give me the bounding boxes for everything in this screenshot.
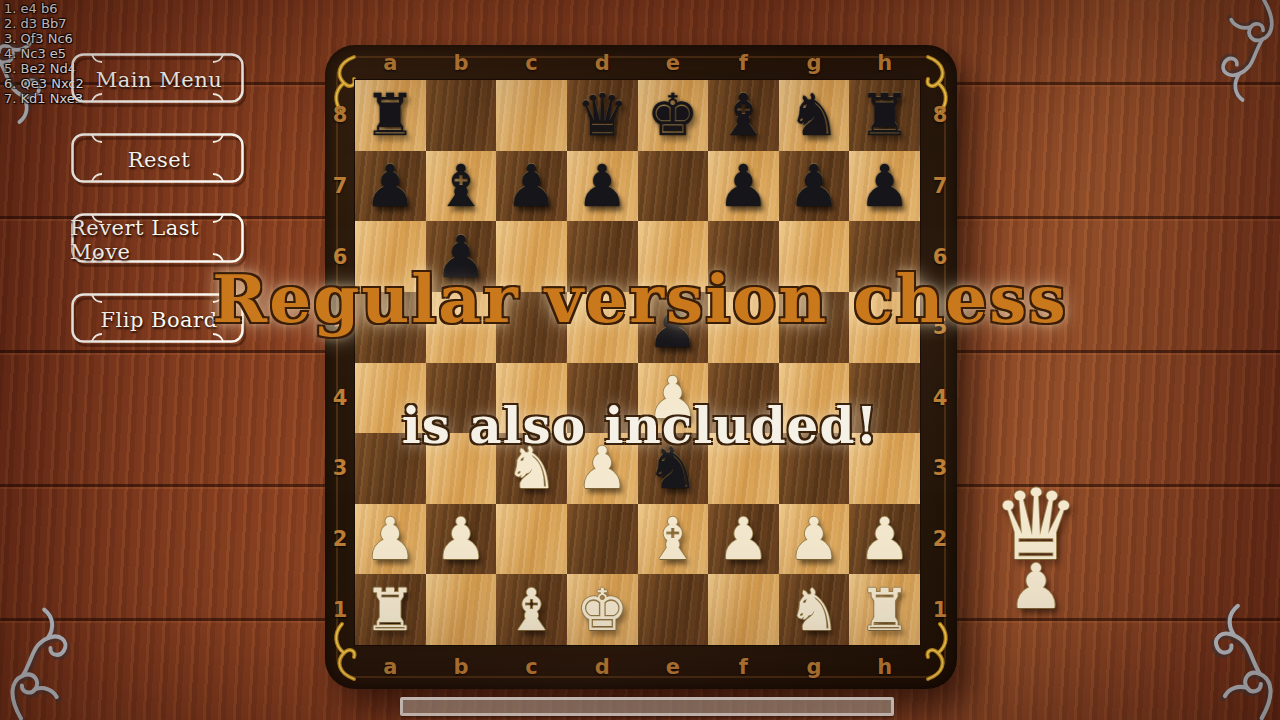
black-knight-e3[interactable]: ♞ — [647, 439, 699, 497]
square-d5[interactable] — [567, 292, 638, 363]
main-menu-label: Main Menu — [96, 68, 222, 92]
square-c5[interactable] — [496, 292, 567, 363]
square-d4[interactable] — [567, 363, 638, 434]
revert-last-move-button[interactable]: Revert Last Move — [70, 212, 248, 268]
white-knight-g1[interactable]: ♞ — [788, 581, 840, 639]
chess-board: ♜♛♚♝♞♜♟♝♟♟♟♟♟♟♟♟♞♟♞♟♟♝♟♟♟♜♝♚♞♜ — [355, 80, 920, 645]
square-c6[interactable] — [496, 221, 567, 292]
file-label-h: h — [849, 652, 920, 682]
file-label-e: e — [638, 652, 709, 682]
rank-label-8: 8 — [326, 80, 354, 151]
square-b1[interactable] — [426, 574, 497, 645]
rank-label-3: 3 — [326, 433, 354, 504]
flip-board-button[interactable]: Flip Board — [70, 292, 248, 348]
white-bishop-e2[interactable]: ♝ — [647, 510, 699, 568]
file-label-d: d — [567, 652, 638, 682]
black-pawn-f7[interactable]: ♟ — [717, 157, 769, 215]
square-d7[interactable]: ♟ — [567, 151, 638, 222]
white-pawn-a2[interactable]: ♟ — [364, 510, 416, 568]
square-b8[interactable] — [426, 80, 497, 151]
white-rook-h1[interactable]: ♜ — [859, 581, 911, 639]
rank-label-5: 5 — [926, 292, 954, 363]
square-g1[interactable]: ♞ — [779, 574, 850, 645]
square-a3[interactable] — [355, 433, 426, 504]
file-label-b: b — [426, 48, 497, 78]
square-h4[interactable] — [849, 363, 920, 434]
black-pawn-a7[interactable]: ♟ — [364, 157, 416, 215]
revert-last-move-label: Revert Last Move — [70, 216, 248, 264]
square-g2[interactable]: ♟ — [779, 504, 850, 575]
square-h6[interactable] — [849, 221, 920, 292]
square-b4[interactable] — [426, 363, 497, 434]
rank-label-5: 5 — [326, 292, 354, 363]
black-knight-g8[interactable]: ♞ — [788, 86, 840, 144]
square-d6[interactable] — [567, 221, 638, 292]
square-e5[interactable]: ♟ — [638, 292, 709, 363]
black-pawn-b6[interactable]: ♟ — [435, 228, 487, 286]
square-h3[interactable] — [849, 433, 920, 504]
black-queen-d8[interactable]: ♛ — [576, 86, 628, 144]
square-a5[interactable] — [355, 292, 426, 363]
square-c7[interactable]: ♟ — [496, 151, 567, 222]
game-screen: 1. e4 b62. d3 Bb73. Qf3 Nc64. Nc3 e55. B… — [0, 0, 1280, 720]
flip-board-label: Flip Board — [100, 308, 217, 332]
square-g5[interactable] — [779, 292, 850, 363]
square-d8[interactable]: ♛ — [567, 80, 638, 151]
black-rook-h8[interactable]: ♜ — [859, 86, 911, 144]
square-h8[interactable]: ♜ — [849, 80, 920, 151]
rank-label-1: 1 — [926, 574, 954, 645]
square-g8[interactable]: ♞ — [779, 80, 850, 151]
white-pawn-f2[interactable]: ♟ — [717, 510, 769, 568]
rank-label-4: 4 — [926, 363, 954, 434]
square-f2[interactable]: ♟ — [708, 504, 779, 575]
square-e4[interactable]: ♟ — [638, 363, 709, 434]
white-pawn-g2[interactable]: ♟ — [788, 510, 840, 568]
square-h5[interactable] — [849, 292, 920, 363]
white-pawn-h2[interactable]: ♟ — [859, 510, 911, 568]
white-pawn-d3[interactable]: ♟ — [576, 439, 628, 497]
rank-label-2: 2 — [326, 504, 354, 575]
square-b5[interactable] — [426, 292, 497, 363]
white-knight-c3[interactable]: ♞ — [506, 439, 558, 497]
square-f6[interactable] — [708, 221, 779, 292]
silver-filigree-icon — [1200, 0, 1280, 108]
square-c1[interactable]: ♝ — [496, 574, 567, 645]
file-label-b: b — [426, 652, 497, 682]
square-b3[interactable] — [426, 433, 497, 504]
move-row: 2. d3 Bb7 — [4, 16, 84, 31]
captured-white-pawn: ♟ — [1008, 556, 1064, 618]
black-pawn-h7[interactable]: ♟ — [859, 157, 911, 215]
file-label-c: c — [496, 48, 567, 78]
square-c2[interactable] — [496, 504, 567, 575]
reset-label: Reset — [128, 148, 190, 172]
silver-filigree-icon — [0, 606, 92, 720]
file-label-f: f — [708, 48, 779, 78]
move-row: 3. Qf3 Nc6 — [4, 31, 84, 46]
file-labels-top: abcdefgh — [355, 48, 920, 78]
square-g3[interactable] — [779, 433, 850, 504]
square-h7[interactable]: ♟ — [849, 151, 920, 222]
square-a4[interactable] — [355, 363, 426, 434]
square-d3[interactable]: ♟ — [567, 433, 638, 504]
square-f4[interactable] — [708, 363, 779, 434]
square-f7[interactable]: ♟ — [708, 151, 779, 222]
square-e7[interactable] — [638, 151, 709, 222]
square-e8[interactable]: ♚ — [638, 80, 709, 151]
main-menu-button[interactable]: Main Menu — [70, 52, 248, 108]
square-h1[interactable]: ♜ — [849, 574, 920, 645]
square-a2[interactable]: ♟ — [355, 504, 426, 575]
square-a7[interactable]: ♟ — [355, 151, 426, 222]
black-pawn-d7[interactable]: ♟ — [576, 157, 628, 215]
black-pawn-g7[interactable]: ♟ — [788, 157, 840, 215]
black-rook-a8[interactable]: ♜ — [364, 86, 416, 144]
square-g6[interactable] — [779, 221, 850, 292]
move-row: 1. e4 b6 — [4, 1, 84, 16]
file-label-h: h — [849, 48, 920, 78]
square-e1[interactable] — [638, 574, 709, 645]
file-label-a: a — [355, 48, 426, 78]
black-pawn-e5[interactable]: ♟ — [647, 298, 699, 356]
file-label-a: a — [355, 652, 426, 682]
rank-label-7: 7 — [326, 151, 354, 222]
rank-label-6: 6 — [926, 221, 954, 292]
black-bishop-b7[interactable]: ♝ — [435, 157, 487, 215]
square-a6[interactable] — [355, 221, 426, 292]
rank-label-7: 7 — [926, 151, 954, 222]
square-e2[interactable]: ♝ — [638, 504, 709, 575]
square-a1[interactable]: ♜ — [355, 574, 426, 645]
rank-labels-left: 87654321 — [326, 80, 354, 645]
file-label-f: f — [708, 652, 779, 682]
file-label-d: d — [567, 48, 638, 78]
square-c8[interactable] — [496, 80, 567, 151]
black-pawn-c7[interactable]: ♟ — [506, 157, 558, 215]
white-pawn-e4[interactable]: ♟ — [647, 369, 699, 427]
white-pawn-b2[interactable]: ♟ — [435, 510, 487, 568]
square-f5[interactable] — [708, 292, 779, 363]
square-g7[interactable]: ♟ — [779, 151, 850, 222]
file-label-e: e — [638, 48, 709, 78]
file-label-c: c — [496, 652, 567, 682]
white-king-d1[interactable]: ♚ — [576, 581, 628, 639]
rank-label-2: 2 — [926, 504, 954, 575]
rank-label-8: 8 — [926, 80, 954, 151]
white-bishop-c1[interactable]: ♝ — [506, 581, 558, 639]
square-e6[interactable] — [638, 221, 709, 292]
square-g4[interactable] — [779, 363, 850, 434]
square-f3[interactable] — [708, 433, 779, 504]
rank-label-1: 1 — [326, 574, 354, 645]
square-h2[interactable]: ♟ — [849, 504, 920, 575]
square-c3[interactable]: ♞ — [496, 433, 567, 504]
square-e3[interactable]: ♞ — [638, 433, 709, 504]
square-c4[interactable] — [496, 363, 567, 434]
square-a8[interactable]: ♜ — [355, 80, 426, 151]
square-b7[interactable]: ♝ — [426, 151, 497, 222]
bottom-progress-bar[interactable] — [400, 697, 894, 716]
white-rook-a1[interactable]: ♜ — [364, 581, 416, 639]
black-bishop-f8[interactable]: ♝ — [717, 86, 769, 144]
rank-label-4: 4 — [326, 363, 354, 434]
rank-label-6: 6 — [326, 221, 354, 292]
captured-tray: ♛♟ — [1000, 476, 1072, 618]
rank-labels-right: 87654321 — [926, 80, 954, 645]
silver-filigree-icon — [1190, 602, 1280, 720]
file-label-g: g — [779, 48, 850, 78]
file-labels-bottom: abcdefgh — [355, 652, 920, 682]
square-d1[interactable]: ♚ — [567, 574, 638, 645]
square-b6[interactable]: ♟ — [426, 221, 497, 292]
rank-label-3: 3 — [926, 433, 954, 504]
square-f8[interactable]: ♝ — [708, 80, 779, 151]
black-king-e8[interactable]: ♚ — [647, 86, 699, 144]
reset-button[interactable]: Reset — [70, 132, 248, 188]
file-label-g: g — [779, 652, 850, 682]
square-b2[interactable]: ♟ — [426, 504, 497, 575]
square-f1[interactable] — [708, 574, 779, 645]
square-d2[interactable] — [567, 504, 638, 575]
